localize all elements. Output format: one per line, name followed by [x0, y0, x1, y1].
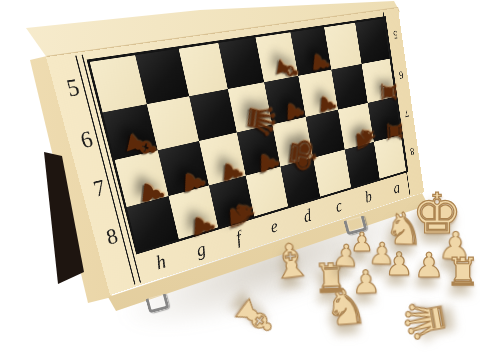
light-queen-15[interactable]: ♛ — [395, 293, 454, 348]
dark-pawn-g8[interactable]: ♟ — [190, 213, 218, 241]
dark-rook-a6[interactable]: ♜ — [378, 80, 399, 105]
dark-pawn-c6[interactable]: ♟ — [317, 92, 339, 118]
dark-knight-f8[interactable]: ♞ — [224, 198, 259, 235]
product-photo-stage: 5678 5678 hgfedcba ♝♟♝♛♟♟♜♟♟♟♟♚♞♜♟♞ ♝♝♜♞… — [0, 0, 480, 356]
dark-pawn-g7[interactable]: ♟ — [181, 169, 208, 197]
dark-pawn-e7[interactable]: ♟ — [257, 150, 281, 176]
dark-king-d7[interactable]: ♚ — [283, 132, 323, 177]
light-bishop-2[interactable]: ♝ — [268, 236, 315, 287]
dark-pawn-d6[interactable]: ♟ — [284, 100, 306, 126]
dark-rook-a7[interactable]: ♜ — [383, 119, 404, 144]
dark-knight-b7[interactable]: ♞ — [352, 123, 379, 155]
dark-pawn-f7[interactable]: ♟ — [219, 158, 246, 187]
dark-pawn-c5[interactable]: ♟ — [309, 49, 332, 77]
dark-queen-e6[interactable]: ♛ — [240, 97, 281, 143]
dark-pawn-h7[interactable]: ♟ — [138, 178, 169, 209]
light-rook-14[interactable]: ♜ — [446, 253, 480, 291]
